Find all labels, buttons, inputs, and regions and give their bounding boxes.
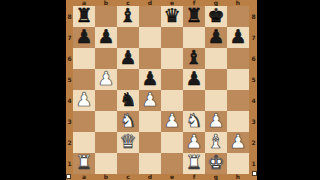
square-d5[interactable]: ♟ xyxy=(139,69,161,90)
black-bishop-c8[interactable]: ♝ xyxy=(119,6,136,26)
file-label-h: h xyxy=(227,174,249,180)
white-knight-c3[interactable]: ♞ xyxy=(119,111,136,131)
square-c5[interactable] xyxy=(117,69,139,90)
square-c2[interactable]: ♛ xyxy=(117,132,139,153)
square-f7[interactable] xyxy=(183,27,205,48)
square-g4[interactable] xyxy=(205,90,227,111)
rank-label-3: 3 xyxy=(66,111,73,132)
square-g6[interactable] xyxy=(205,48,227,69)
square-b7[interactable]: ♟ xyxy=(95,27,117,48)
white-rook-f1[interactable]: ♜ xyxy=(185,153,202,173)
square-c7[interactable] xyxy=(117,27,139,48)
square-d3[interactable] xyxy=(139,111,161,132)
square-g8[interactable]: ♚ xyxy=(205,6,227,27)
rank-label-5: 5 xyxy=(66,69,73,90)
square-e1[interactable] xyxy=(161,153,183,174)
square-e4[interactable] xyxy=(161,90,183,111)
square-b3[interactable] xyxy=(95,111,117,132)
square-a4[interactable]: ♟ xyxy=(73,90,95,111)
chess-board-frame: abcdefgh abcdefgh 87654321 87654321 ♜♝♛♜… xyxy=(66,0,257,180)
white-knight-f3[interactable]: ♞ xyxy=(185,111,202,131)
white-queen-c2[interactable]: ♛ xyxy=(119,132,136,152)
black-knight-c4[interactable]: ♞ xyxy=(119,90,136,110)
square-h1[interactable] xyxy=(227,153,249,174)
file-label-e: e xyxy=(161,174,183,180)
file-labels-bottom: abcdefgh xyxy=(73,174,249,180)
square-d8[interactable] xyxy=(139,6,161,27)
black-rook-f8[interactable]: ♜ xyxy=(185,6,202,26)
file-label-b: b xyxy=(95,174,117,180)
square-d7[interactable] xyxy=(139,27,161,48)
square-g5[interactable] xyxy=(205,69,227,90)
rank-label-2: 2 xyxy=(250,132,257,153)
white-pawn-a4[interactable]: ♟ xyxy=(75,90,92,110)
rank-label-8: 8 xyxy=(66,6,73,27)
square-e5[interactable] xyxy=(161,69,183,90)
square-e7[interactable] xyxy=(161,27,183,48)
square-a5[interactable] xyxy=(73,69,95,90)
square-c6[interactable]: ♟ xyxy=(117,48,139,69)
square-a7[interactable]: ♟ xyxy=(73,27,95,48)
square-b2[interactable] xyxy=(95,132,117,153)
black-pawn-d5[interactable]: ♟ xyxy=(141,69,158,89)
square-b1[interactable] xyxy=(95,153,117,174)
square-h2[interactable]: ♟ xyxy=(227,132,249,153)
square-g2[interactable]: ♝ xyxy=(205,132,227,153)
square-d4[interactable]: ♟ xyxy=(139,90,161,111)
square-h5[interactable] xyxy=(227,69,249,90)
square-f4[interactable] xyxy=(183,90,205,111)
square-e3[interactable]: ♟ xyxy=(161,111,183,132)
square-d6[interactable] xyxy=(139,48,161,69)
black-bishop-f6[interactable]: ♝ xyxy=(185,48,202,68)
square-e6[interactable] xyxy=(161,48,183,69)
file-label-g: g xyxy=(205,174,227,180)
square-a8[interactable]: ♜ xyxy=(73,6,95,27)
square-c4[interactable]: ♞ xyxy=(117,90,139,111)
white-king-g1[interactable]: ♚ xyxy=(207,153,224,173)
white-pawn-d4[interactable]: ♟ xyxy=(141,90,158,110)
rank-label-3: 3 xyxy=(250,111,257,132)
square-b6[interactable] xyxy=(95,48,117,69)
rank-labels-left: 87654321 xyxy=(66,6,73,174)
board-grid: ♜♝♛♜♚♟♟♟♟♟♝♟♟♟♟♞♟♞♟♞♟♛♟♝♟♜♜♚ xyxy=(73,6,249,174)
rank-label-5: 5 xyxy=(250,69,257,90)
square-b4[interactable] xyxy=(95,90,117,111)
square-a6[interactable] xyxy=(73,48,95,69)
square-d1[interactable] xyxy=(139,153,161,174)
square-h7[interactable]: ♟ xyxy=(227,27,249,48)
file-label-d: d xyxy=(139,174,161,180)
square-f5[interactable]: ♟ xyxy=(183,69,205,90)
square-h4[interactable] xyxy=(227,90,249,111)
file-label-a: a xyxy=(73,174,95,180)
black-pawn-h7[interactable]: ♟ xyxy=(229,27,246,47)
rank-label-2: 2 xyxy=(66,132,73,153)
white-pawn-b5[interactable]: ♟ xyxy=(97,69,114,89)
rank-labels-right: 87654321 xyxy=(250,6,257,174)
square-h3[interactable] xyxy=(227,111,249,132)
square-c8[interactable]: ♝ xyxy=(117,6,139,27)
square-f6[interactable]: ♝ xyxy=(183,48,205,69)
white-pawn-g3[interactable]: ♟ xyxy=(207,111,224,131)
rank-label-7: 7 xyxy=(250,27,257,48)
square-a1[interactable]: ♜ xyxy=(73,153,95,174)
white-pawn-h2[interactable]: ♟ xyxy=(229,132,246,152)
rank-label-1: 1 xyxy=(66,153,73,174)
square-h6[interactable] xyxy=(227,48,249,69)
square-e2[interactable] xyxy=(161,132,183,153)
square-g1[interactable]: ♚ xyxy=(205,153,227,174)
square-a2[interactable] xyxy=(73,132,95,153)
rank-label-4: 4 xyxy=(250,90,257,111)
black-queen-e8[interactable]: ♛ xyxy=(163,6,180,26)
square-f3[interactable]: ♞ xyxy=(183,111,205,132)
white-bishop-g2[interactable]: ♝ xyxy=(207,132,224,152)
rank-label-4: 4 xyxy=(66,90,73,111)
file-label-c: c xyxy=(117,174,139,180)
black-pawn-c6[interactable]: ♟ xyxy=(119,48,136,68)
square-b8[interactable] xyxy=(95,6,117,27)
white-pawn-e3[interactable]: ♟ xyxy=(163,111,180,131)
white-pawn-f2[interactable]: ♟ xyxy=(185,132,202,152)
square-g7[interactable]: ♟ xyxy=(205,27,227,48)
square-c1[interactable] xyxy=(117,153,139,174)
square-g3[interactable]: ♟ xyxy=(205,111,227,132)
black-rook-a8[interactable]: ♜ xyxy=(75,6,92,26)
square-a3[interactable] xyxy=(73,111,95,132)
square-e8[interactable]: ♛ xyxy=(161,6,183,27)
square-f1[interactable]: ♜ xyxy=(183,153,205,174)
rank-label-8: 8 xyxy=(250,6,257,27)
square-f2[interactable]: ♟ xyxy=(183,132,205,153)
black-king-g8[interactable]: ♚ xyxy=(207,6,224,26)
square-d2[interactable] xyxy=(139,132,161,153)
square-f8[interactable]: ♜ xyxy=(183,6,205,27)
corner-marker-bottom-right xyxy=(252,171,257,176)
square-c3[interactable]: ♞ xyxy=(117,111,139,132)
black-pawn-g7[interactable]: ♟ xyxy=(207,27,224,47)
rank-label-6: 6 xyxy=(250,48,257,69)
black-pawn-f5[interactable]: ♟ xyxy=(185,69,202,89)
white-rook-a1[interactable]: ♜ xyxy=(75,153,92,173)
rank-label-6: 6 xyxy=(66,48,73,69)
black-pawn-a7[interactable]: ♟ xyxy=(75,27,92,47)
square-b5[interactable]: ♟ xyxy=(95,69,117,90)
rank-label-7: 7 xyxy=(66,27,73,48)
file-label-f: f xyxy=(183,174,205,180)
black-pawn-b7[interactable]: ♟ xyxy=(97,27,114,47)
corner-marker-bottom-left xyxy=(66,174,71,179)
square-h8[interactable] xyxy=(227,6,249,27)
